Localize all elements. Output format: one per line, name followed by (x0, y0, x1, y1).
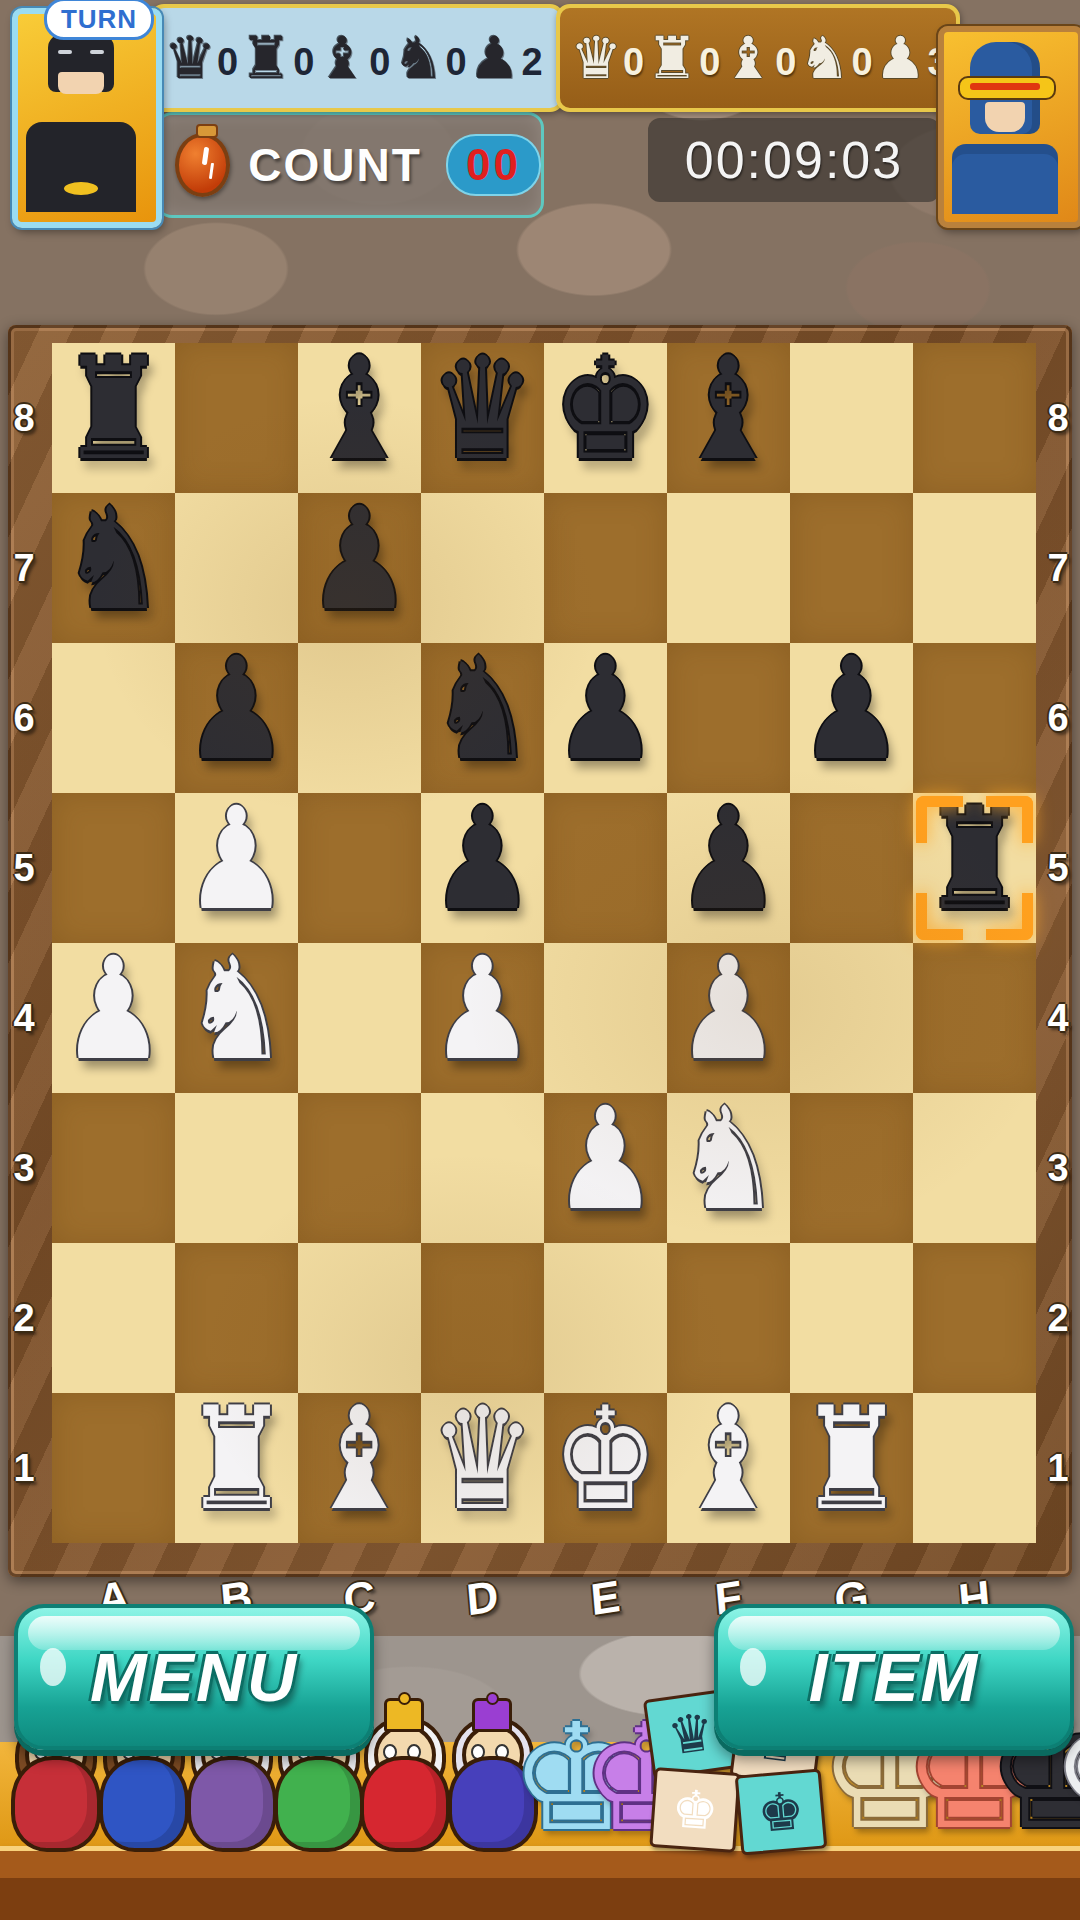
rank-label-4: 4 (1038, 943, 1078, 1093)
white-pawn-icon: ♟ (875, 15, 927, 101)
white-bishop-icon: ♝ (722, 15, 774, 101)
rank-labels-left: 87654321 (4, 343, 44, 1543)
captured-count: 0 (293, 27, 314, 97)
square-b4[interactable]: ♞ (175, 943, 298, 1093)
rank-label-2: 2 (4, 1243, 44, 1393)
batman-eye (90, 50, 104, 54)
square-g4[interactable] (790, 943, 913, 1093)
square-f1[interactable]: ♝ (667, 1393, 790, 1543)
square-c3[interactable] (298, 1093, 421, 1243)
stopwatch-icon (175, 133, 230, 197)
black-rook-icon: ♜ (240, 15, 292, 101)
square-c1[interactable]: ♝ (298, 1393, 421, 1543)
square-f8[interactable]: ♝ (667, 343, 790, 493)
white-rook-icon: ♜ (646, 15, 698, 101)
square-e6[interactable]: ♟ (544, 643, 667, 793)
rank-label-5: 5 (1038, 793, 1078, 943)
piece-black-pawn-e6[interactable]: ♟ (544, 619, 667, 799)
shelf-front (0, 1878, 1080, 1920)
square-a4[interactable]: ♟ (52, 943, 175, 1093)
piece-white-king-e1[interactable]: ♚ (544, 1369, 667, 1549)
square-g5[interactable] (790, 793, 913, 943)
batman-bat-logo (64, 182, 98, 195)
cyclops-body (952, 144, 1058, 214)
square-h4[interactable] (913, 943, 1036, 1093)
piece-black-queen-d8[interactable]: ♛ (421, 319, 544, 499)
piece-black-knight-a7[interactable]: ♞ (52, 469, 175, 649)
rank-label-3: 3 (4, 1093, 44, 1243)
square-g1[interactable]: ♜ (790, 1393, 913, 1543)
square-c4[interactable] (298, 943, 421, 1093)
square-a7[interactable]: ♞ (52, 493, 175, 643)
file-label-e: E (542, 1562, 668, 1633)
square-h2[interactable] (913, 1243, 1036, 1393)
cyclops-visor-beam (970, 83, 1040, 90)
turn-badge-label: TURN (61, 4, 137, 35)
square-d4[interactable]: ♟ (421, 943, 544, 1093)
captured-white-queen: ♛0 (570, 15, 644, 101)
square-c5[interactable] (298, 793, 421, 943)
rank-label-3: 3 (1038, 1093, 1078, 1243)
square-e8[interactable]: ♚ (544, 343, 667, 493)
captured-black-knight: ♞0 (392, 15, 466, 101)
square-h3[interactable] (913, 1093, 1036, 1243)
captured-black-pawn: ♟2 (469, 15, 543, 101)
square-d3[interactable] (421, 1093, 544, 1243)
selected-square-highlight (916, 796, 1033, 940)
square-b3[interactable] (175, 1093, 298, 1243)
white-queen-icon: ♛ (570, 15, 622, 101)
square-h5[interactable]: ♜ (913, 793, 1036, 943)
square-d8[interactable]: ♛ (421, 343, 544, 493)
white-knight-icon: ♞ (798, 15, 850, 101)
square-c6[interactable] (298, 643, 421, 793)
skin-shop-shelf: ♚♚♛♛♚♚♚♚♚♚ (0, 1742, 1080, 1920)
piece-black-bishop-f8[interactable]: ♝ (667, 319, 790, 499)
rank-label-1: 1 (1038, 1393, 1078, 1543)
piece-white-rook-g1[interactable]: ♜ (790, 1369, 913, 1549)
menu-button-label: MENU (90, 1638, 298, 1716)
doll-robe (11, 1756, 101, 1852)
piece-black-pawn-c7[interactable]: ♟ (298, 469, 421, 649)
captured-white-rook: ♜0 (646, 15, 720, 101)
square-f7[interactable] (667, 493, 790, 643)
card-king-tile: ♚ (735, 1768, 828, 1855)
rank-label-2: 2 (1038, 1243, 1078, 1393)
square-c7[interactable]: ♟ (298, 493, 421, 643)
card-king-tile: ♚ (649, 1767, 740, 1853)
piece-white-pawn-d4[interactable]: ♟ (421, 919, 544, 1099)
captured-count: 0 (699, 27, 720, 97)
square-g3[interactable] (790, 1093, 913, 1243)
piece-white-rook-b1[interactable]: ♜ (175, 1369, 298, 1549)
square-g6[interactable]: ♟ (790, 643, 913, 793)
square-b8[interactable] (175, 343, 298, 493)
black-queen-icon: ♛ (164, 15, 216, 101)
rank-label-8: 8 (1038, 343, 1078, 493)
captured-black-rook: ♜0 (240, 15, 314, 101)
rank-label-7: 7 (4, 493, 44, 643)
batman-body (26, 122, 136, 212)
batman-face (58, 72, 104, 94)
chess-app-screen: { "game": "chess", "position": { "fen": … (0, 0, 1080, 1920)
black-pawn-icon: ♟ (469, 15, 521, 101)
batman-eye (58, 50, 72, 54)
piece-white-knight-f3[interactable]: ♞ (667, 1069, 790, 1249)
player-right-avatar (938, 26, 1080, 228)
count-value: 00 (466, 140, 521, 190)
cyclops-chin (985, 102, 1025, 132)
black-knight-icon: ♞ (392, 15, 444, 101)
piece-white-pawn-e3[interactable]: ♟ (544, 1069, 667, 1249)
captured-black-queen: ♛0 (164, 15, 238, 101)
piece-white-queen-d1[interactable]: ♛ (421, 1369, 544, 1549)
doll-robe (274, 1756, 364, 1852)
rank-label-6: 6 (4, 643, 44, 793)
doll-robe (360, 1756, 450, 1852)
square-h8[interactable] (913, 343, 1036, 493)
square-e1[interactable]: ♚ (544, 1393, 667, 1543)
turn-badge: TURN (44, 0, 154, 40)
chess-board[interactable]: ♜♝♛♚♝♞♟♟♞♟♟♟♟♟♜♟♞♟♟♟♞♜♝♛♚♝♜ (52, 343, 1036, 1543)
captured-white-knight: ♞0 (798, 15, 872, 101)
square-e5[interactable] (544, 793, 667, 943)
captured-count: 0 (851, 27, 872, 97)
item-button[interactable]: ITEM (714, 1604, 1074, 1750)
item-button-label: ITEM (809, 1638, 979, 1716)
rank-label-1: 1 (4, 1393, 44, 1543)
doll-crown (472, 1698, 512, 1732)
captured-black-pieces-tray: ♛0♜0♝0♞0♟2 (150, 4, 564, 112)
timer-value: 00:09:03 (685, 130, 903, 190)
piece-white-knight-b4[interactable]: ♞ (175, 919, 298, 1099)
captured-white-bishop: ♝0 (722, 15, 796, 101)
captured-count: 0 (217, 27, 238, 97)
captured-count: 0 (775, 27, 796, 97)
count-panel: COUNT 00 (156, 112, 544, 218)
menu-button[interactable]: MENU (14, 1604, 374, 1750)
square-a2[interactable] (52, 1243, 175, 1393)
player-left-avatar: TURN (12, 8, 162, 228)
captured-black-bishop: ♝0 (316, 15, 390, 101)
captured-count: 2 (522, 27, 543, 97)
piece-white-bishop-f1[interactable]: ♝ (667, 1369, 790, 1549)
square-a6[interactable] (52, 643, 175, 793)
game-timer: 00:09:03 (648, 118, 940, 202)
square-a3[interactable] (52, 1093, 175, 1243)
rank-label-8: 8 (4, 343, 44, 493)
square-f3[interactable]: ♞ (667, 1093, 790, 1243)
piece-white-bishop-c1[interactable]: ♝ (298, 1369, 421, 1549)
count-label: COUNT (248, 138, 422, 192)
square-g8[interactable] (790, 343, 913, 493)
black-bishop-icon: ♝ (316, 15, 368, 101)
captured-count: 0 (369, 27, 390, 97)
piece-black-king-e8[interactable]: ♚ (544, 319, 667, 499)
doll-robe (187, 1756, 277, 1852)
captured-count: 0 (445, 27, 466, 97)
square-h1[interactable] (913, 1393, 1036, 1543)
doll-robe (99, 1756, 189, 1852)
piece-black-pawn-g6[interactable]: ♟ (790, 619, 913, 799)
square-h7[interactable] (913, 493, 1036, 643)
piece-white-pawn-a4[interactable]: ♟ (52, 919, 175, 1099)
rank-label-7: 7 (1038, 493, 1078, 643)
rank-label-4: 4 (4, 943, 44, 1093)
square-b1[interactable]: ♜ (175, 1393, 298, 1543)
rank-label-5: 5 (4, 793, 44, 943)
captured-count: 0 (623, 27, 644, 97)
rank-label-6: 6 (1038, 643, 1078, 793)
file-label-d: D (419, 1562, 545, 1633)
rank-labels-right: 87654321 (1038, 343, 1078, 1543)
square-d1[interactable]: ♛ (421, 1393, 544, 1543)
square-a1[interactable] (52, 1393, 175, 1543)
doll-crown (384, 1698, 424, 1732)
captured-white-pieces-tray: ♛0♜0♝0♞0♟3 (556, 4, 960, 112)
count-value-badge: 00 (446, 134, 541, 196)
square-e3[interactable]: ♟ (544, 1093, 667, 1243)
